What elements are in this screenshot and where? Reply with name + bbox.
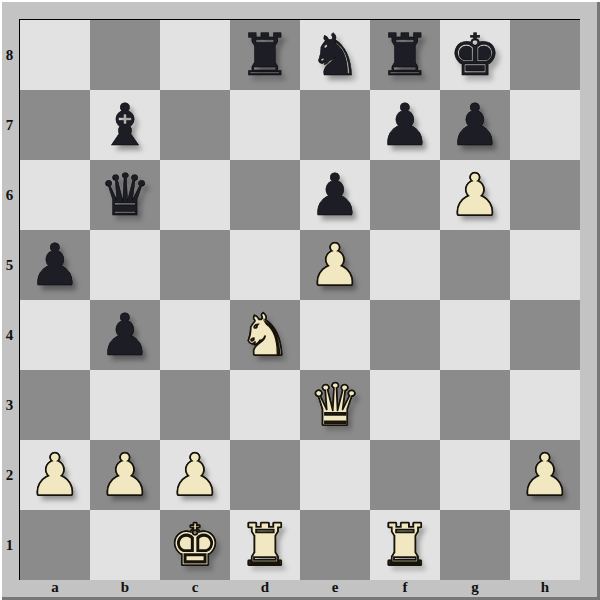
square-e1[interactable]: [300, 510, 370, 580]
square-c3[interactable]: [160, 370, 230, 440]
square-g2[interactable]: [440, 440, 510, 510]
chess-board: ♜♞♜♚♝♟♟♛♟♟♟♟♟♞♛♟♟♟♟♚♜♜: [19, 19, 580, 580]
black-king-g8[interactable]: ♚: [449, 20, 501, 90]
square-f3[interactable]: [370, 370, 440, 440]
square-a3[interactable]: [20, 370, 90, 440]
square-b4[interactable]: ♟: [90, 300, 160, 370]
square-d4[interactable]: ♞: [230, 300, 300, 370]
square-d2[interactable]: [230, 440, 300, 510]
square-b5[interactable]: [90, 230, 160, 300]
square-h3[interactable]: [510, 370, 580, 440]
black-pawn-e6[interactable]: ♟: [309, 160, 361, 230]
square-e6[interactable]: ♟: [300, 160, 370, 230]
square-a4[interactable]: [20, 300, 90, 370]
square-a8[interactable]: [20, 20, 90, 90]
square-h7[interactable]: [510, 90, 580, 160]
square-g8[interactable]: ♚: [440, 20, 510, 90]
white-rook-f1[interactable]: ♜: [379, 510, 431, 580]
rank-label-7: 7: [0, 90, 19, 160]
square-c5[interactable]: [160, 230, 230, 300]
square-f8[interactable]: ♜: [370, 20, 440, 90]
square-d3[interactable]: [230, 370, 300, 440]
rank-label-1: 1: [0, 510, 19, 580]
square-c8[interactable]: [160, 20, 230, 90]
square-a6[interactable]: [20, 160, 90, 230]
white-rook-d1[interactable]: ♜: [239, 510, 291, 580]
square-a5[interactable]: ♟: [20, 230, 90, 300]
square-f1[interactable]: ♜: [370, 510, 440, 580]
white-king-c1[interactable]: ♚: [169, 510, 221, 580]
file-label-e: e: [300, 579, 370, 598]
square-a7[interactable]: [20, 90, 90, 160]
square-b8[interactable]: [90, 20, 160, 90]
square-b6[interactable]: ♛: [90, 160, 160, 230]
square-h1[interactable]: [510, 510, 580, 580]
rank-label-3: 3: [0, 370, 19, 440]
square-e7[interactable]: [300, 90, 370, 160]
black-queen-b6[interactable]: ♛: [99, 160, 151, 230]
square-h6[interactable]: [510, 160, 580, 230]
chessboard-window: 87654321 abcdefgh ♜♞♜♚♝♟♟♛♟♟♟♟♟♞♛♟♟♟♟♚♜♜: [0, 0, 600, 600]
black-knight-e8[interactable]: ♞: [309, 20, 361, 90]
square-a2[interactable]: ♟: [20, 440, 90, 510]
white-pawn-c2[interactable]: ♟: [169, 440, 221, 510]
black-rook-f8[interactable]: ♜: [379, 20, 431, 90]
file-label-f: f: [370, 579, 440, 598]
white-pawn-g6[interactable]: ♟: [449, 160, 501, 230]
black-pawn-b4[interactable]: ♟: [99, 300, 151, 370]
square-h8[interactable]: [510, 20, 580, 90]
file-label-c: c: [160, 579, 230, 598]
square-d6[interactable]: [230, 160, 300, 230]
black-pawn-g7[interactable]: ♟: [449, 90, 501, 160]
square-g1[interactable]: [440, 510, 510, 580]
white-pawn-h2[interactable]: ♟: [519, 440, 571, 510]
square-c4[interactable]: [160, 300, 230, 370]
square-c2[interactable]: ♟: [160, 440, 230, 510]
white-pawn-b2[interactable]: ♟: [99, 440, 151, 510]
white-pawn-e5[interactable]: ♟: [309, 230, 361, 300]
square-g5[interactable]: [440, 230, 510, 300]
square-e8[interactable]: ♞: [300, 20, 370, 90]
file-label-h: h: [510, 579, 580, 598]
square-g4[interactable]: [440, 300, 510, 370]
square-b2[interactable]: ♟: [90, 440, 160, 510]
square-f2[interactable]: [370, 440, 440, 510]
square-e2[interactable]: [300, 440, 370, 510]
square-h5[interactable]: [510, 230, 580, 300]
square-d5[interactable]: [230, 230, 300, 300]
square-d8[interactable]: ♜: [230, 20, 300, 90]
square-g3[interactable]: [440, 370, 510, 440]
black-pawn-f7[interactable]: ♟: [379, 90, 431, 160]
white-queen-e3[interactable]: ♛: [309, 370, 361, 440]
square-h4[interactable]: [510, 300, 580, 370]
white-knight-d4[interactable]: ♞: [239, 300, 291, 370]
square-b7[interactable]: ♝: [90, 90, 160, 160]
square-c7[interactable]: [160, 90, 230, 160]
rank-label-5: 5: [0, 230, 19, 300]
file-label-b: b: [90, 579, 160, 598]
square-g7[interactable]: ♟: [440, 90, 510, 160]
square-c1[interactable]: ♚: [160, 510, 230, 580]
square-b3[interactable]: [90, 370, 160, 440]
rank-label-4: 4: [0, 300, 19, 370]
file-label-g: g: [440, 579, 510, 598]
square-d1[interactable]: ♜: [230, 510, 300, 580]
square-a1[interactable]: [20, 510, 90, 580]
rank-label-6: 6: [0, 160, 19, 230]
black-rook-d8[interactable]: ♜: [239, 20, 291, 90]
square-e3[interactable]: ♛: [300, 370, 370, 440]
square-e5[interactable]: ♟: [300, 230, 370, 300]
rank-label-2: 2: [0, 440, 19, 510]
square-f5[interactable]: [370, 230, 440, 300]
square-g6[interactable]: ♟: [440, 160, 510, 230]
square-f6[interactable]: [370, 160, 440, 230]
square-d7[interactable]: [230, 90, 300, 160]
rank-label-8: 8: [0, 20, 19, 90]
black-pawn-a5[interactable]: ♟: [29, 230, 81, 300]
white-pawn-a2[interactable]: ♟: [29, 440, 81, 510]
square-f7[interactable]: ♟: [370, 90, 440, 160]
square-c6[interactable]: [160, 160, 230, 230]
square-f4[interactable]: [370, 300, 440, 370]
black-bishop-b7[interactable]: ♝: [99, 90, 151, 160]
file-label-a: a: [20, 579, 90, 598]
square-h2[interactable]: ♟: [510, 440, 580, 510]
file-label-d: d: [230, 579, 300, 598]
square-e4[interactable]: [300, 300, 370, 370]
square-b1[interactable]: [90, 510, 160, 580]
